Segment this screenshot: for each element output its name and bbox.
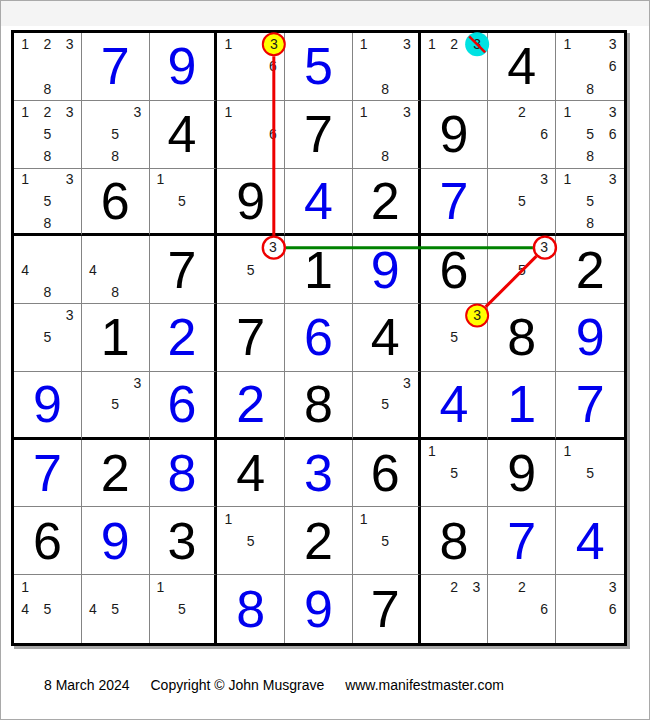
pencil-mark (171, 575, 193, 598)
cell-r5c8[interactable]: 8 (488, 304, 556, 372)
cell-r6c7[interactable]: 4 (421, 372, 489, 440)
cell-value: 6 (353, 440, 418, 507)
pencil-grid: 145 (14, 575, 81, 643)
pencil-mark (353, 372, 375, 394)
pencil-mark: 8 (579, 145, 602, 167)
cell-value: 6 (150, 372, 215, 437)
pencil-mark (217, 281, 239, 303)
pencil-mark (488, 101, 510, 123)
pencil-mark: 3 (465, 304, 487, 326)
pencil-grid: 35 (421, 304, 488, 371)
pencil-mark (421, 484, 443, 506)
pencil-mark (511, 212, 533, 234)
cell-r6c5[interactable]: 8 (285, 372, 353, 440)
cell-r5c4[interactable]: 7 (217, 304, 285, 372)
pencil-mark (556, 78, 579, 100)
cell-r9c2[interactable]: 45 (82, 575, 150, 643)
pencil-mark: 3 (601, 575, 624, 598)
pencil-mark: 6 (601, 598, 624, 621)
pencil-mark (217, 530, 239, 552)
cell-value: 7 (82, 33, 149, 100)
cell-value: 8 (488, 304, 555, 371)
pencil-mark (533, 212, 555, 234)
cell-r3c5[interactable]: 4 (285, 169, 353, 237)
pencil-grid: 12358 (14, 101, 81, 168)
pencil-mark (126, 259, 148, 281)
cell-r1c2[interactable]: 7 (82, 33, 150, 101)
cell-r5c6[interactable]: 4 (353, 304, 421, 372)
cell-r3c2[interactable]: 6 (82, 169, 150, 237)
pencil-mark: 6 (601, 123, 624, 145)
pencil-mark (396, 507, 418, 529)
pencil-mark (104, 415, 126, 437)
cell-r8c7[interactable]: 8 (421, 507, 489, 575)
pencil-mark (262, 530, 284, 552)
pencil-mark (14, 190, 36, 212)
cell-r2c9[interactable]: 13568 (556, 101, 624, 169)
pencil-mark: 5 (443, 462, 465, 484)
cell-value: 7 (353, 575, 418, 643)
cell-r9c6[interactable]: 7 (353, 575, 421, 643)
cell-r7c1[interactable]: 7 (14, 440, 82, 508)
pencil-mark (579, 440, 602, 462)
pencil-mark: 3 (465, 33, 487, 55)
cell-r6c1[interactable]: 9 (14, 372, 82, 440)
pencil-mark: 8 (36, 145, 58, 167)
pencil-mark (488, 169, 510, 191)
cell-r1c1[interactable]: 1238 (14, 33, 82, 101)
cell-r4c2[interactable]: 48 (82, 236, 150, 304)
cell-value: 4 (285, 169, 352, 234)
pencil-mark (601, 78, 624, 100)
footer: 8 March 2024 Copyright © John Musgrave w… (44, 677, 521, 693)
pencil-mark (465, 440, 487, 462)
pencil-mark (374, 55, 396, 77)
cell-r6c8[interactable]: 1 (488, 372, 556, 440)
pencil-grid: 358 (82, 101, 149, 168)
cell-value: 2 (82, 440, 149, 507)
cell-r4c1[interactable]: 48 (14, 236, 82, 304)
pencil-mark (82, 415, 104, 437)
pencil-mark (14, 326, 36, 348)
pencil-mark (82, 145, 104, 167)
pencil-mark (488, 236, 510, 258)
cell-r4c3[interactable]: 7 (150, 236, 218, 304)
pencil-mark (511, 169, 533, 191)
pencil-mark: 4 (82, 259, 104, 281)
cell-r3c7[interactable]: 7 (421, 169, 489, 237)
pencil-mark: 3 (396, 372, 418, 394)
pencil-mark: 5 (579, 123, 602, 145)
cell-r6c6[interactable]: 35 (353, 372, 421, 440)
cell-value: 9 (353, 236, 418, 303)
pencil-grid: 15 (421, 440, 488, 507)
cell-r5c1[interactable]: 35 (14, 304, 82, 372)
pencil-grid: 15 (150, 575, 215, 643)
pencil-mark (511, 123, 533, 145)
pencil-grid: 136 (217, 33, 284, 100)
pencil-grid: 35 (82, 372, 149, 437)
pencil-mark (82, 101, 104, 123)
pencil-mark: 3 (59, 304, 81, 326)
pencil-mark (171, 620, 193, 643)
pencil-mark (374, 372, 396, 394)
pencil-mark (465, 349, 487, 371)
pencil-mark (59, 78, 81, 100)
pencil-mark (601, 620, 624, 643)
cell-r4c6[interactable]: 9 (353, 236, 421, 304)
pencil-mark: 1 (217, 507, 239, 529)
pencil-mark (443, 55, 465, 77)
top-margin-strip (1, 1, 649, 26)
cell-r8c4[interactable]: 15 (217, 507, 285, 575)
pencil-mark (511, 236, 533, 258)
pencil-mark: 5 (36, 326, 58, 348)
pencil-mark (14, 145, 36, 167)
cell-r6c9[interactable]: 7 (556, 372, 624, 440)
pencil-mark (59, 575, 81, 598)
cell-r3c3[interactable]: 15 (150, 169, 218, 237)
cell-r2c5[interactable]: 7 (285, 101, 353, 169)
cell-r3c4[interactable]: 9 (217, 169, 285, 237)
cell-r4c4[interactable]: 35 (217, 236, 285, 304)
cell-value: 2 (285, 507, 352, 574)
cell-r2c3[interactable]: 4 (150, 101, 218, 169)
pencil-mark (262, 145, 284, 167)
pencil-mark (193, 598, 215, 621)
pencil-mark: 3 (262, 236, 284, 258)
pencil-mark (421, 620, 443, 643)
cell-value: 7 (217, 304, 284, 371)
cell-r1c5[interactable]: 5 (285, 33, 353, 101)
pencil-mark (396, 552, 418, 574)
pencil-mark (488, 598, 510, 621)
cell-r1c8[interactable]: 4 (488, 33, 556, 101)
pencil-mark (556, 462, 579, 484)
cell-value: 7 (285, 101, 352, 168)
pencil-grid: 15 (353, 507, 418, 574)
pencil-mark: 5 (171, 190, 193, 212)
pencil-mark (82, 620, 104, 643)
pencil-mark (556, 55, 579, 77)
cell-r9c7[interactable]: 23 (421, 575, 489, 643)
cell-value: 9 (556, 304, 624, 371)
footer-date: 8 March 2024 (44, 677, 130, 693)
pencil-mark: 5 (443, 326, 465, 348)
pencil-mark (14, 281, 36, 303)
pencil-mark (240, 33, 262, 55)
pencil-mark (353, 123, 375, 145)
cell-r6c4[interactable]: 2 (217, 372, 285, 440)
pencil-mark: 4 (82, 598, 104, 621)
pencil-mark (59, 281, 81, 303)
cell-r2c1[interactable]: 12358 (14, 101, 82, 169)
cell-value: 5 (285, 33, 352, 100)
cell-value: 8 (421, 507, 488, 574)
cell-value: 7 (556, 372, 624, 437)
pencil-mark (150, 212, 172, 234)
pencil-mark (465, 462, 487, 484)
cell-value: 7 (421, 169, 488, 234)
footer-website: www.manifestmaster.com (345, 677, 504, 693)
pencil-mark (59, 620, 81, 643)
cell-value: 4 (556, 507, 624, 574)
page: 1238791365138123413681235835841671389261… (0, 0, 650, 720)
pencil-mark: 3 (533, 169, 555, 191)
pencil-mark (465, 620, 487, 643)
pencil-mark (601, 462, 624, 484)
cell-value: 9 (421, 101, 488, 168)
cell-r1c3[interactable]: 9 (150, 33, 218, 101)
pencil-mark (374, 415, 396, 437)
cell-r3c8[interactable]: 35 (488, 169, 556, 237)
pencil-mark (262, 78, 284, 100)
cell-r7c8[interactable]: 9 (488, 440, 556, 508)
pencil-mark (126, 236, 148, 258)
cell-value: 8 (150, 440, 215, 507)
cell-r9c9[interactable]: 36 (556, 575, 624, 643)
pencil-mark: 1 (14, 575, 36, 598)
cell-r8c1[interactable]: 6 (14, 507, 82, 575)
cell-r1c7[interactable]: 123 (421, 33, 489, 101)
cell-value: 3 (285, 440, 352, 507)
pencil-mark: 5 (104, 393, 126, 415)
cell-r2c2[interactable]: 358 (82, 101, 150, 169)
cell-value: 6 (421, 236, 488, 303)
pencil-mark (556, 212, 579, 234)
pencil-mark (217, 78, 239, 100)
cell-r3c9[interactable]: 1358 (556, 169, 624, 237)
pencil-mark (579, 598, 602, 621)
pencil-mark (579, 33, 602, 55)
cell-r1c4[interactable]: 136 (217, 33, 285, 101)
pencil-mark (59, 236, 81, 258)
pencil-mark (556, 575, 579, 598)
cell-r5c5[interactable]: 6 (285, 304, 353, 372)
pencil-mark (14, 212, 36, 234)
pencil-mark (374, 33, 396, 55)
pencil-mark (421, 462, 443, 484)
cell-r4c8[interactable]: 35 (488, 236, 556, 304)
pencil-mark (533, 101, 555, 123)
cell-r4c9[interactable]: 2 (556, 236, 624, 304)
pencil-grid: 1368 (556, 33, 624, 100)
cell-r5c9[interactable]: 9 (556, 304, 624, 372)
cell-r7c5[interactable]: 3 (285, 440, 353, 508)
cell-r4c7[interactable]: 6 (421, 236, 489, 304)
pencil-mark (59, 190, 81, 212)
cell-r3c6[interactable]: 2 (353, 169, 421, 237)
cell-value: 2 (150, 304, 215, 371)
cell-r2c8[interactable]: 26 (488, 101, 556, 169)
cell-r8c3[interactable]: 3 (150, 507, 218, 575)
pencil-mark (556, 190, 579, 212)
pencil-grid: 1358 (556, 169, 624, 234)
pencil-mark: 6 (262, 123, 284, 145)
cell-r9c3[interactable]: 15 (150, 575, 218, 643)
pencil-mark (104, 575, 126, 598)
cell-r5c7[interactable]: 35 (421, 304, 489, 372)
pencil-mark: 5 (579, 190, 602, 212)
pencil-mark (443, 440, 465, 462)
pencil-mark: 5 (171, 598, 193, 621)
pencil-grid: 26 (488, 101, 555, 168)
pencil-mark: 1 (14, 33, 36, 55)
pencil-mark: 5 (36, 598, 58, 621)
pencil-mark (511, 145, 533, 167)
pencil-mark: 3 (465, 575, 487, 598)
pencil-mark: 3 (601, 101, 624, 123)
pencil-mark (36, 575, 58, 598)
cell-value: 8 (285, 372, 352, 437)
pencil-mark: 5 (374, 393, 396, 415)
cell-r8c6[interactable]: 15 (353, 507, 421, 575)
cell-r5c2[interactable]: 1 (82, 304, 150, 372)
pencil-mark (579, 169, 602, 191)
pencil-mark (488, 212, 510, 234)
pencil-mark (579, 620, 602, 643)
cell-r2c6[interactable]: 138 (353, 101, 421, 169)
pencil-mark: 2 (36, 33, 58, 55)
pencil-mark (579, 101, 602, 123)
cell-r6c3[interactable]: 6 (150, 372, 218, 440)
pencil-mark (556, 484, 579, 506)
pencil-mark (533, 259, 555, 281)
pencil-mark: 3 (59, 169, 81, 191)
pencil-mark (150, 190, 172, 212)
pencil-mark: 1 (150, 169, 172, 191)
pencil-mark: 1 (150, 575, 172, 598)
pencil-mark (36, 55, 58, 77)
pencil-mark (396, 55, 418, 77)
pencil-mark (36, 620, 58, 643)
cell-r9c5[interactable]: 9 (285, 575, 353, 643)
cell-r8c2[interactable]: 9 (82, 507, 150, 575)
cell-r7c2[interactable]: 2 (82, 440, 150, 508)
pencil-mark: 2 (443, 575, 465, 598)
cell-r7c3[interactable]: 8 (150, 440, 218, 508)
pencil-mark: 6 (533, 123, 555, 145)
cell-r7c9[interactable]: 15 (556, 440, 624, 508)
pencil-mark (465, 484, 487, 506)
pencil-mark (353, 415, 375, 437)
pencil-mark (396, 393, 418, 415)
cell-r8c8[interactable]: 7 (488, 507, 556, 575)
pencil-mark (104, 372, 126, 394)
pencil-mark (262, 552, 284, 574)
pencil-mark (262, 259, 284, 281)
pencil-mark (240, 507, 262, 529)
cell-value: 9 (150, 33, 215, 100)
cell-r7c4[interactable]: 4 (217, 440, 285, 508)
pencil-mark: 5 (511, 259, 533, 281)
pencil-mark (396, 530, 418, 552)
cell-r4c5[interactable]: 1 (285, 236, 353, 304)
pencil-mark (488, 123, 510, 145)
pencil-mark: 8 (579, 212, 602, 234)
pencil-mark (82, 281, 104, 303)
pencil-grid: 15 (217, 507, 284, 574)
cell-r7c7[interactable]: 15 (421, 440, 489, 508)
pencil-mark (59, 55, 81, 77)
cell-r9c8[interactable]: 26 (488, 575, 556, 643)
pencil-mark (443, 598, 465, 621)
cell-r8c5[interactable]: 2 (285, 507, 353, 575)
cell-r1c9[interactable]: 1368 (556, 33, 624, 101)
pencil-grid: 123 (421, 33, 488, 100)
pencil-grid: 35 (14, 304, 81, 371)
cell-r8c9[interactable]: 4 (556, 507, 624, 575)
pencil-grid: 35 (488, 236, 555, 303)
pencil-mark: 5 (36, 123, 58, 145)
pencil-mark (193, 169, 215, 191)
pencil-mark (443, 78, 465, 100)
cell-r2c7[interactable]: 9 (421, 101, 489, 169)
pencil-mark (126, 393, 148, 415)
pencil-mark: 8 (579, 78, 602, 100)
pencil-mark (36, 236, 58, 258)
pencil-grid: 26 (488, 575, 555, 643)
pencil-mark (126, 145, 148, 167)
pencil-grid: 15 (150, 169, 215, 234)
pencil-mark (104, 236, 126, 258)
pencil-mark (465, 326, 487, 348)
cell-r3c1[interactable]: 1358 (14, 169, 82, 237)
cell-r1c6[interactable]: 138 (353, 33, 421, 101)
pencil-grid: 35 (217, 236, 284, 303)
pencil-grid: 36 (556, 575, 624, 643)
pencil-mark: 3 (601, 169, 624, 191)
pencil-mark (14, 304, 36, 326)
cell-r5c3[interactable]: 2 (150, 304, 218, 372)
pencil-mark: 3 (126, 372, 148, 394)
pencil-mark (353, 145, 375, 167)
pencil-mark: 5 (240, 530, 262, 552)
pencil-mark (217, 55, 239, 77)
cell-r6c2[interactable]: 35 (82, 372, 150, 440)
pencil-mark: 5 (374, 530, 396, 552)
pencil-mark: 3 (262, 33, 284, 55)
pencil-mark: 2 (443, 33, 465, 55)
cell-value: 7 (14, 440, 81, 507)
pencil-mark (465, 55, 487, 77)
pencil-mark (171, 169, 193, 191)
pencil-mark (353, 78, 375, 100)
pencil-mark (171, 212, 193, 234)
cell-value: 6 (14, 507, 81, 574)
pencil-mark: 8 (36, 281, 58, 303)
cell-r2c4[interactable]: 16 (217, 101, 285, 169)
pencil-mark (353, 552, 375, 574)
pencil-mark (36, 304, 58, 326)
cell-r7c6[interactable]: 6 (353, 440, 421, 508)
pencil-mark (14, 349, 36, 371)
pencil-mark (374, 123, 396, 145)
pencil-mark (217, 236, 239, 258)
cell-value: 9 (82, 507, 149, 574)
pencil-mark (533, 145, 555, 167)
pencil-mark: 1 (217, 101, 239, 123)
pencil-mark (14, 123, 36, 145)
cell-value: 1 (488, 372, 555, 437)
pencil-mark (443, 620, 465, 643)
pencil-mark: 6 (601, 55, 624, 77)
cell-r9c1[interactable]: 145 (14, 575, 82, 643)
pencil-mark (126, 415, 148, 437)
pencil-mark (421, 598, 443, 621)
cell-r9c4[interactable]: 8 (217, 575, 285, 643)
pencil-mark (82, 393, 104, 415)
